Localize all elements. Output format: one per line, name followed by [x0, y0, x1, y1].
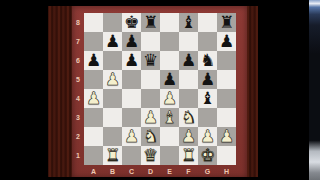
white-pawn: ♟: [160, 89, 179, 108]
video-frame: 87654321 ABCDEFGH ♚♜♝♜♟♟♟♟♟♛♟♞♟♟♟♟♟♝♟♝♞♟…: [0, 0, 320, 180]
white-rook: ♜: [179, 146, 198, 165]
square-g8: [198, 13, 217, 32]
black-pawn: ♟: [179, 51, 198, 70]
square-f4: [179, 89, 198, 108]
black-pawn: ♟: [122, 51, 141, 70]
square-e8: [160, 13, 179, 32]
square-g2: ♟: [198, 127, 217, 146]
square-c1: [122, 146, 141, 165]
square-f5: [179, 70, 198, 89]
rank-label-8: 8: [72, 13, 84, 32]
square-c5: [122, 70, 141, 89]
square-e1: [160, 146, 179, 165]
black-pawn: ♟: [198, 70, 217, 89]
square-h3: [217, 108, 236, 127]
square-a5: [84, 70, 103, 89]
square-h2: ♟: [217, 127, 236, 146]
rank-label-2: 2: [72, 127, 84, 146]
white-bishop: ♝: [160, 108, 179, 127]
square-f7: [179, 32, 198, 51]
square-h8: ♜: [217, 13, 236, 32]
black-rook: ♜: [141, 13, 160, 32]
rank-labels: 87654321: [72, 13, 84, 165]
chess-board: ♚♜♝♜♟♟♟♟♟♛♟♞♟♟♟♟♟♝♟♝♞♟♞♟♟♟♜♛♜♚: [84, 13, 236, 165]
letterbox-left: [0, 0, 48, 180]
black-king: ♚: [122, 13, 141, 32]
square-f8: ♝: [179, 13, 198, 32]
black-rook: ♜: [217, 13, 236, 32]
square-f3: ♞: [179, 108, 198, 127]
square-g6: ♞: [198, 51, 217, 70]
square-d2: ♞: [141, 127, 160, 146]
square-b5: ♟: [103, 70, 122, 89]
square-a4: ♟: [84, 89, 103, 108]
white-knight: ♞: [179, 108, 198, 127]
white-pawn: ♟: [217, 127, 236, 146]
square-d5: [141, 70, 160, 89]
rank-label-5: 5: [72, 70, 84, 89]
black-pawn: ♟: [122, 32, 141, 51]
square-b4: [103, 89, 122, 108]
square-b7: ♟: [103, 32, 122, 51]
square-a7: [84, 32, 103, 51]
square-a8: [84, 13, 103, 32]
black-pawn: ♟: [160, 70, 179, 89]
square-d8: ♜: [141, 13, 160, 32]
white-king: ♚: [198, 146, 217, 165]
square-h4: [217, 89, 236, 108]
white-pawn: ♟: [103, 70, 122, 89]
black-bishop: ♝: [179, 13, 198, 32]
square-c8: ♚: [122, 13, 141, 32]
white-rook: ♜: [103, 146, 122, 165]
square-d1: ♛: [141, 146, 160, 165]
rank-label-6: 6: [72, 51, 84, 70]
square-c7: ♟: [122, 32, 141, 51]
square-b6: [103, 51, 122, 70]
square-c4: [122, 89, 141, 108]
square-a3: [84, 108, 103, 127]
black-bishop: ♝: [198, 89, 217, 108]
square-a6: ♟: [84, 51, 103, 70]
rank-label-3: 3: [72, 108, 84, 127]
square-d3: ♟: [141, 108, 160, 127]
square-e4: ♟: [160, 89, 179, 108]
white-pawn: ♟: [198, 127, 217, 146]
square-c6: ♟: [122, 51, 141, 70]
square-d4: [141, 89, 160, 108]
square-f6: ♟: [179, 51, 198, 70]
square-b8: [103, 13, 122, 32]
square-h7: ♟: [217, 32, 236, 51]
square-f1: ♜: [179, 146, 198, 165]
white-queen: ♛: [141, 146, 160, 165]
rank-label-1: 1: [72, 146, 84, 165]
square-h1: [217, 146, 236, 165]
square-c3: [122, 108, 141, 127]
square-a2: [84, 127, 103, 146]
square-e3: ♝: [160, 108, 179, 127]
white-pawn: ♟: [122, 127, 141, 146]
square-b1: ♜: [103, 146, 122, 165]
rank-label-4: 4: [72, 89, 84, 108]
black-pawn: ♟: [217, 32, 236, 51]
square-g7: [198, 32, 217, 51]
square-g5: ♟: [198, 70, 217, 89]
square-b2: [103, 127, 122, 146]
black-pawn: ♟: [84, 51, 103, 70]
square-d6: ♛: [141, 51, 160, 70]
square-g1: ♚: [198, 146, 217, 165]
white-knight: ♞: [141, 127, 160, 146]
rank-label-7: 7: [72, 32, 84, 51]
white-pawn: ♟: [179, 127, 198, 146]
square-f2: ♟: [179, 127, 198, 146]
white-pawn: ♟: [141, 108, 160, 127]
square-h6: [217, 51, 236, 70]
square-e6: [160, 51, 179, 70]
black-knight: ♞: [198, 51, 217, 70]
square-e7: [160, 32, 179, 51]
square-e2: [160, 127, 179, 146]
square-g4: ♝: [198, 89, 217, 108]
square-h5: [217, 70, 236, 89]
window-edge-sliver: [309, 0, 320, 180]
black-pawn: ♟: [103, 32, 122, 51]
black-queen: ♛: [141, 51, 160, 70]
square-c2: ♟: [122, 127, 141, 146]
square-b3: [103, 108, 122, 127]
square-d7: [141, 32, 160, 51]
square-a1: [84, 146, 103, 165]
white-pawn: ♟: [84, 89, 103, 108]
square-e5: ♟: [160, 70, 179, 89]
square-g3: [198, 108, 217, 127]
